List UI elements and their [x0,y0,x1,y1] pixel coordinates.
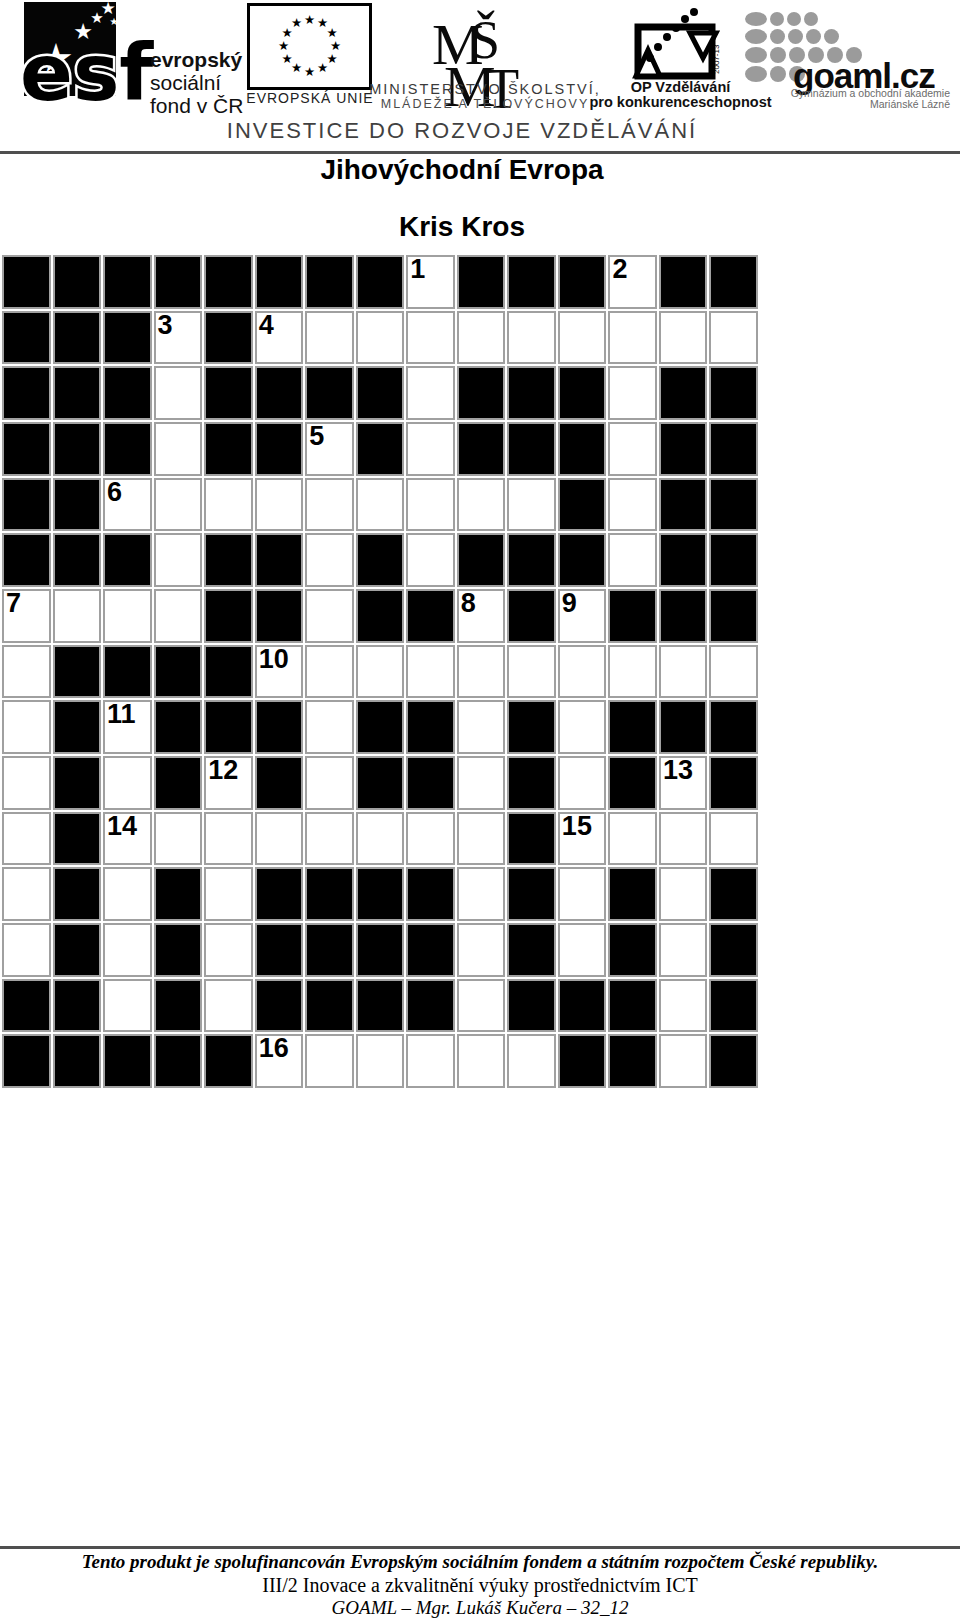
white-cell-r11c10[interactable] [457,812,506,866]
clue-number-2: 2 [612,256,627,283]
black-cell-r12c4 [154,867,203,921]
white-cell-r9c7[interactable] [305,700,354,754]
black-cell-r14c8 [356,979,405,1033]
black-cell-r1c14 [659,255,708,309]
white-cell-r2c8[interactable] [356,311,405,365]
black-cell-r3c5 [204,366,253,420]
black-cell-r9c2 [53,700,102,754]
black-cell-r1c6 [255,255,304,309]
white-cell-r15c10[interactable] [457,1034,506,1088]
white-cell-r5c11[interactable] [507,478,556,532]
black-cell-r12c6 [255,867,304,921]
white-cell-r10c5[interactable]: 12 [204,756,253,810]
black-cell-r15c3 [103,1034,152,1088]
white-cell-r13c3[interactable] [103,923,152,977]
black-cell-r8c4 [154,645,203,699]
white-cell-r5c8[interactable] [356,478,405,532]
white-cell-r8c7[interactable] [305,645,354,699]
black-cell-r2c1 [2,311,51,365]
black-cell-r15c5 [204,1034,253,1088]
black-cell-r11c2 [53,812,102,866]
black-cell-r9c15 [709,700,758,754]
white-cell-r5c5[interactable] [204,478,253,532]
black-cell-r1c4 [154,255,203,309]
black-cell-r5c12 [558,478,607,532]
black-cell-r14c15 [709,979,758,1033]
black-cell-r9c4 [154,700,203,754]
black-cell-r6c5 [204,533,253,587]
black-cell-r13c13 [608,923,657,977]
black-cell-r12c9 [406,867,455,921]
white-cell-r12c5[interactable] [204,867,253,921]
white-cell-r11c14[interactable] [659,812,708,866]
black-cell-r9c6 [255,700,304,754]
white-cell-r14c5[interactable] [204,979,253,1033]
black-cell-r14c2 [53,979,102,1033]
footer-author-line: GOAML – Mgr. Lukáš Kučera – 32_12 [0,1597,960,1619]
black-cell-r7c6 [255,589,304,643]
white-cell-r7c10[interactable]: 8 [457,589,506,643]
black-cell-r3c2 [53,366,102,420]
black-cell-r9c9 [406,700,455,754]
black-cell-r6c3 [103,533,152,587]
black-cell-r3c10 [457,366,506,420]
black-cell-r1c12 [558,255,607,309]
white-cell-r5c10[interactable] [457,478,506,532]
white-cell-r5c9[interactable] [406,478,455,532]
black-cell-r1c15 [709,255,758,309]
white-cell-r7c12[interactable]: 9 [558,589,607,643]
black-cell-r12c2 [53,867,102,921]
black-cell-r14c7 [305,979,354,1033]
black-cell-r3c1 [2,366,51,420]
clue-number-1: 1 [410,256,425,283]
esf-line-3: fond v ČR [150,94,243,117]
black-cell-r4c8 [356,422,405,476]
black-cell-r6c6 [255,533,304,587]
black-cell-r13c7 [305,923,354,977]
white-cell-r7c7[interactable] [305,589,354,643]
white-cell-r15c8[interactable] [356,1034,405,1088]
black-cell-r3c12 [558,366,607,420]
esf-logo-icon: ★ ★ ★ ★ ★ esf [10,0,160,120]
black-cell-r9c5 [204,700,253,754]
goaml-logo: goaml.cz Gymnázium a obchodní akademie M… [737,8,952,112]
clue-number-5: 5 [309,423,324,450]
white-cell-r13c1[interactable] [2,923,51,977]
svg-text:★: ★ [291,15,302,30]
black-cell-r8c3 [103,645,152,699]
white-cell-r11c8[interactable] [356,812,405,866]
white-cell-r8c9[interactable] [406,645,455,699]
white-cell-r9c1[interactable] [2,700,51,754]
svg-text:★: ★ [278,38,289,53]
black-cell-r8c5 [204,645,253,699]
black-cell-r5c15 [709,478,758,532]
white-cell-r2c12[interactable] [558,311,607,365]
opvk-logo-icon: 2007-13 [615,6,730,84]
white-cell-r2c7[interactable] [305,311,354,365]
white-cell-r2c13[interactable] [608,311,657,365]
black-cell-r6c10 [457,533,506,587]
black-cell-r5c2 [53,478,102,532]
black-cell-r7c14 [659,589,708,643]
white-cell-r10c14[interactable]: 13 [659,756,708,810]
white-cell-r11c3[interactable]: 14 [103,812,152,866]
black-cell-r7c11 [507,589,556,643]
white-cell-r10c3[interactable] [103,756,152,810]
clue-number-7: 7 [6,590,21,617]
black-cell-r1c10 [457,255,506,309]
white-cell-r7c3[interactable] [103,589,152,643]
black-cell-r15c1 [2,1034,51,1088]
black-cell-r15c15 [709,1034,758,1088]
black-cell-r13c4 [154,923,203,977]
worksheet-page: ★ ★ ★ ★ ★ esf evropský sociální fond v Č… [0,0,960,1623]
black-cell-r1c11 [507,255,556,309]
black-cell-r4c12 [558,422,607,476]
clue-number-16: 16 [259,1035,289,1062]
black-cell-r15c13 [608,1034,657,1088]
white-cell-r2c14[interactable] [659,311,708,365]
white-cell-r12c12[interactable] [558,867,607,921]
black-cell-r14c4 [154,979,203,1033]
black-cell-r7c8 [356,589,405,643]
black-cell-r9c13 [608,700,657,754]
black-cell-r3c7 [305,366,354,420]
black-cell-r15c2 [53,1034,102,1088]
black-cell-r8c2 [53,645,102,699]
black-cell-r14c13 [608,979,657,1033]
black-cell-r12c8 [356,867,405,921]
white-cell-r10c10[interactable] [457,756,506,810]
clue-number-14: 14 [107,813,137,840]
opvk-period: 2007-13 [712,44,721,74]
black-cell-r15c4 [154,1034,203,1088]
white-cell-r12c3[interactable] [103,867,152,921]
white-cell-r2c6[interactable]: 4 [255,311,304,365]
black-cell-r4c14 [659,422,708,476]
white-cell-r11c13[interactable] [608,812,657,866]
black-cell-r14c11 [507,979,556,1033]
white-cell-r2c10[interactable] [457,311,506,365]
white-cell-r10c7[interactable] [305,756,354,810]
esf-text-block: evropský sociální fond v ČR [150,48,243,117]
black-cell-r10c9 [406,756,455,810]
white-cell-r11c4[interactable] [154,812,203,866]
white-cell-r6c9[interactable] [406,533,455,587]
white-cell-r2c11[interactable] [507,311,556,365]
black-cell-r12c7 [305,867,354,921]
clue-number-12: 12 [208,757,238,784]
black-cell-r4c15 [709,422,758,476]
black-cell-r1c7 [305,255,354,309]
black-cell-r10c8 [356,756,405,810]
white-cell-r13c12[interactable] [558,923,607,977]
white-cell-r6c13[interactable] [608,533,657,587]
black-cell-r4c2 [53,422,102,476]
esf-wordmark: esf [20,28,154,118]
black-cell-r14c6 [255,979,304,1033]
white-cell-r14c10[interactable] [457,979,506,1033]
clue-number-9: 9 [562,590,577,617]
white-cell-r10c1[interactable] [2,756,51,810]
black-cell-r10c2 [53,756,102,810]
white-cell-r8c10[interactable] [457,645,506,699]
white-cell-r4c9[interactable] [406,422,455,476]
black-cell-r13c8 [356,923,405,977]
black-cell-r4c6 [255,422,304,476]
black-cell-r1c5 [204,255,253,309]
white-cell-r10c12[interactable] [558,756,607,810]
black-cell-r6c2 [53,533,102,587]
esf-line-2: sociální [150,71,243,94]
white-cell-r14c14[interactable] [659,979,708,1033]
page-title: Jihovýchodní Evropa [0,154,924,186]
white-cell-r3c9[interactable] [406,366,455,420]
goaml-text-block: Gymnázium a obchodní akademie Mariánské … [791,88,950,110]
svg-text:★: ★ [281,51,292,66]
black-cell-r4c3 [103,422,152,476]
clue-number-10: 10 [259,646,289,673]
white-cell-r7c2[interactable] [53,589,102,643]
white-cell-r2c15[interactable] [709,311,758,365]
white-cell-r9c12[interactable] [558,700,607,754]
clue-number-11: 11 [107,701,136,728]
black-cell-r10c4 [154,756,203,810]
msmt-line-2: MLÁDEŽE A TĚLOVÝCHOVY [360,97,610,111]
footer-funding-line: Tento produkt je spolufinancován Evropsk… [0,1551,960,1573]
black-cell-r6c8 [356,533,405,587]
esf-star-icon: ★ [110,16,119,27]
black-cell-r10c11 [507,756,556,810]
white-cell-r13c10[interactable] [457,923,506,977]
black-cell-r4c5 [204,422,253,476]
black-cell-r1c3 [103,255,152,309]
white-cell-r14c3[interactable] [103,979,152,1033]
white-cell-r12c14[interactable] [659,867,708,921]
msmt-line-1: MINISTERSTVO ŠKOLSTVÍ, [360,82,610,97]
white-cell-r15c7[interactable] [305,1034,354,1088]
white-cell-r5c13[interactable] [608,478,657,532]
msmt-text-block: MINISTERSTVO ŠKOLSTVÍ, MLÁDEŽE A TĚLOVÝC… [360,82,610,111]
black-cell-r13c2 [53,923,102,977]
white-cell-r1c13[interactable]: 2 [608,255,657,309]
black-cell-r5c14 [659,478,708,532]
white-cell-r5c6[interactable] [255,478,304,532]
black-cell-r6c11 [507,533,556,587]
black-cell-r7c9 [406,589,455,643]
black-cell-r3c15 [709,366,758,420]
white-cell-r6c4[interactable] [154,533,203,587]
white-cell-r5c3[interactable]: 6 [103,478,152,532]
black-cell-r4c1 [2,422,51,476]
white-cell-r12c1[interactable] [2,867,51,921]
white-cell-r11c6[interactable] [255,812,304,866]
white-cell-r2c4[interactable]: 3 [154,311,203,365]
black-cell-r3c6 [255,366,304,420]
black-cell-r6c15 [709,533,758,587]
black-cell-r2c3 [103,311,152,365]
svg-text:★: ★ [317,60,328,75]
black-cell-r5c1 [2,478,51,532]
black-cell-r9c8 [356,700,405,754]
white-cell-r15c14[interactable] [659,1034,708,1088]
white-cell-r8c11[interactable] [507,645,556,699]
black-cell-r14c1 [2,979,51,1033]
crossword-grid: 12345678910111213141516 [2,255,758,1088]
white-cell-r8c15[interactable] [709,645,758,699]
white-cell-r11c12[interactable]: 15 [558,812,607,866]
white-cell-r3c4[interactable] [154,366,203,420]
eu-flag-label: EVROPSKÁ UNIE [240,90,380,106]
white-cell-r6c7[interactable] [305,533,354,587]
black-cell-r1c2 [53,255,102,309]
black-cell-r2c2 [53,311,102,365]
opvk-logo: 2007-13 [615,6,730,88]
white-cell-r15c11[interactable] [507,1034,556,1088]
black-cell-r6c1 [2,533,51,587]
footer-project-line: III/2 Inovace a zkvalitnění výuky prostř… [0,1574,960,1597]
black-cell-r3c3 [103,366,152,420]
black-cell-r14c12 [558,979,607,1033]
clue-number-6: 6 [107,479,122,506]
esf-logo: ★ ★ ★ ★ ★ esf [10,0,160,124]
black-cell-r15c12 [558,1034,607,1088]
clue-number-13: 13 [663,757,693,784]
black-cell-r3c11 [507,366,556,420]
black-cell-r4c11 [507,422,556,476]
black-cell-r13c15 [709,923,758,977]
black-cell-r6c12 [558,533,607,587]
white-cell-r15c6[interactable]: 16 [255,1034,304,1088]
white-cell-r11c15[interactable] [709,812,758,866]
white-cell-r1c9[interactable]: 1 [406,255,455,309]
white-cell-r7c1[interactable]: 7 [2,589,51,643]
clue-number-4: 4 [259,312,274,339]
black-cell-r7c13 [608,589,657,643]
white-cell-r9c3[interactable]: 11 [103,700,152,754]
investment-slogan: INVESTICE DO ROZVOJE VZDĚLÁVÁNÍ [0,118,924,144]
white-cell-r11c1[interactable] [2,812,51,866]
clue-number-8: 8 [461,590,476,617]
white-cell-r11c5[interactable] [204,812,253,866]
white-cell-r13c5[interactable] [204,923,253,977]
white-cell-r4c4[interactable] [154,422,203,476]
black-cell-r12c15 [709,867,758,921]
black-cell-r3c14 [659,366,708,420]
black-cell-r13c11 [507,923,556,977]
black-cell-r7c5 [204,589,253,643]
black-cell-r14c9 [406,979,455,1033]
white-cell-r11c7[interactable] [305,812,354,866]
clue-number-3: 3 [158,312,173,339]
white-cell-r8c6[interactable]: 10 [255,645,304,699]
white-cell-r9c10[interactable] [457,700,506,754]
white-cell-r7c4[interactable] [154,589,203,643]
white-cell-r4c13[interactable] [608,422,657,476]
white-cell-r8c13[interactable] [608,645,657,699]
white-cell-r3c13[interactable] [608,366,657,420]
white-cell-r13c14[interactable] [659,923,708,977]
black-cell-r1c1 [2,255,51,309]
eu-flag-icon: ★ ★ ★ ★ ★ ★ ★ ★ ★ ★ ★ ★ [247,3,372,95]
black-cell-r13c6 [255,923,304,977]
white-cell-r12c10[interactable] [457,867,506,921]
black-cell-r12c13 [608,867,657,921]
white-cell-r5c7[interactable] [305,478,354,532]
black-cell-r10c13 [608,756,657,810]
black-cell-r9c14 [659,700,708,754]
white-cell-r8c12[interactable] [558,645,607,699]
black-cell-r9c11 [507,700,556,754]
white-cell-r5c4[interactable] [154,478,203,532]
black-cell-r1c8 [356,255,405,309]
white-cell-r8c8[interactable] [356,645,405,699]
black-cell-r11c11 [507,812,556,866]
white-cell-r4c7[interactable]: 5 [305,422,354,476]
footer-divider [0,1546,960,1549]
white-cell-r8c14[interactable] [659,645,708,699]
black-cell-r4c10 [457,422,506,476]
black-cell-r2c5 [204,311,253,365]
black-cell-r10c15 [709,756,758,810]
black-cell-r6c14 [659,533,708,587]
black-cell-r13c9 [406,923,455,977]
black-cell-r7c15 [709,589,758,643]
svg-text:★: ★ [304,64,315,79]
svg-text:★: ★ [304,12,315,27]
white-cell-r2c9[interactable] [406,311,455,365]
esf-line-1: evropský [150,48,243,71]
white-cell-r15c9[interactable] [406,1034,455,1088]
black-cell-r12c11 [507,867,556,921]
black-cell-r3c8 [356,366,405,420]
puzzle-subtitle: Kris Kros [0,211,924,243]
goaml-line-2: Mariánské Lázně [791,99,950,110]
white-cell-r8c1[interactable] [2,645,51,699]
white-cell-r11c9[interactable] [406,812,455,866]
clue-number-15: 15 [562,813,592,840]
black-cell-r10c6 [255,756,304,810]
